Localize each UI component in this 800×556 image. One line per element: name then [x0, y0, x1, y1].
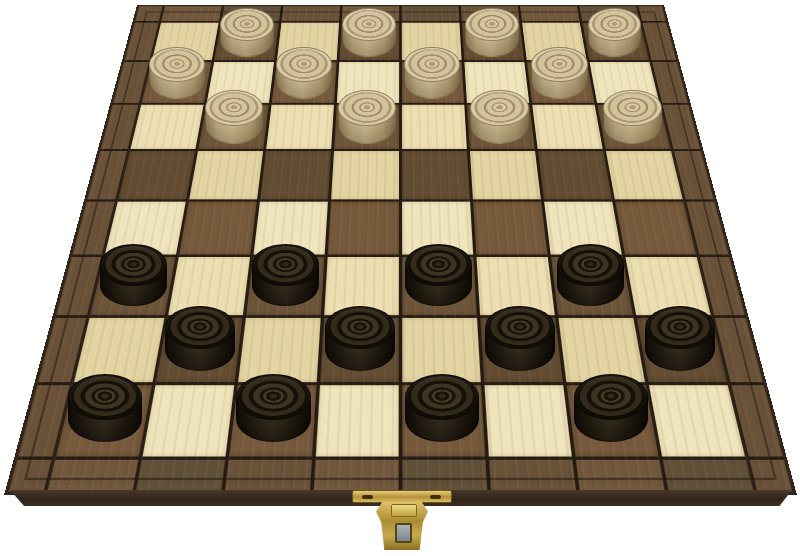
latch-screw-left	[362, 495, 373, 499]
piece-top	[276, 47, 332, 82]
checker-piece-dark[interactable]	[645, 306, 715, 371]
checker-piece-light[interactable]	[342, 8, 396, 58]
piece-top	[404, 47, 460, 82]
piece-top	[165, 306, 235, 350]
checker-piece-light[interactable]	[603, 90, 662, 144]
piece-top	[405, 374, 479, 420]
checker-piece-dark[interactable]	[68, 374, 142, 442]
checker-piece-light[interactable]	[588, 8, 642, 58]
piece-top	[149, 47, 205, 82]
checker-piece-light[interactable]	[338, 90, 397, 144]
piece-top	[236, 374, 310, 420]
piece-top	[220, 8, 274, 41]
checker-piece-dark[interactable]	[165, 306, 235, 371]
checker-piece-dark[interactable]	[236, 374, 310, 442]
brass-latch[interactable]	[352, 490, 452, 552]
checker-piece-dark[interactable]	[405, 374, 479, 442]
piece-top	[252, 244, 319, 286]
piece-top	[557, 244, 624, 286]
checker-piece-light[interactable]	[276, 47, 332, 99]
checker-piece-dark[interactable]	[574, 374, 648, 442]
checker-piece-dark[interactable]	[485, 306, 555, 371]
checker-piece-light[interactable]	[531, 47, 587, 99]
checker-piece-dark[interactable]	[325, 306, 395, 371]
board-scene	[0, 0, 800, 556]
piece-top	[531, 47, 587, 82]
piece-top	[405, 244, 472, 286]
pieces-layer	[0, 0, 800, 556]
latch-catch-slot	[395, 523, 412, 543]
checker-piece-dark[interactable]	[100, 244, 167, 306]
checker-piece-light[interactable]	[470, 90, 529, 144]
piece-top	[574, 374, 648, 420]
checker-piece-light[interactable]	[149, 47, 205, 99]
checker-piece-light[interactable]	[220, 8, 274, 58]
latch-screw-right	[430, 495, 441, 499]
piece-top	[465, 8, 519, 41]
checker-piece-dark[interactable]	[557, 244, 624, 306]
piece-top	[68, 374, 142, 420]
checker-piece-light[interactable]	[205, 90, 264, 144]
piece-top	[342, 8, 396, 41]
latch-knob	[391, 504, 417, 517]
checker-piece-dark[interactable]	[405, 244, 472, 306]
checker-piece-light[interactable]	[404, 47, 460, 99]
piece-top	[100, 244, 167, 286]
checker-piece-light[interactable]	[465, 8, 519, 58]
checker-piece-dark[interactable]	[252, 244, 319, 306]
